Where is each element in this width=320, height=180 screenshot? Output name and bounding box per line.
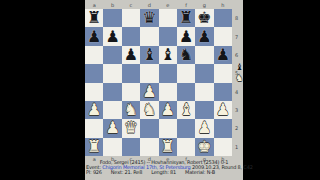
square-h8 — [214, 9, 232, 27]
rank-label-3: 3 — [233, 101, 240, 119]
black-rook: ♜ — [87, 9, 101, 27]
square-f3: ♝ — [177, 101, 195, 119]
square-g4 — [195, 83, 213, 101]
square-c7 — [122, 27, 140, 45]
black-knight: ♞ — [179, 46, 193, 64]
square-e2 — [159, 119, 177, 137]
stat-length: Length: 81 — [151, 170, 176, 175]
file-label-e: e — [159, 2, 177, 8]
square-a7: ♟ — [85, 27, 103, 45]
square-e7 — [159, 27, 177, 45]
square-h2 — [214, 119, 232, 137]
stat-material: Material: N-B — [185, 170, 215, 175]
square-f7: ♟ — [177, 27, 195, 45]
square-f4 — [177, 83, 195, 101]
white-rook: ♜ — [161, 138, 175, 156]
file-label-a: a — [85, 2, 103, 8]
square-d5 — [140, 64, 158, 82]
square-a6 — [85, 46, 103, 64]
file-label-h: h — [214, 2, 232, 8]
square-c6: ♟ — [122, 46, 140, 64]
square-g7: ♟ — [195, 27, 213, 45]
square-d8: ♛ — [140, 9, 158, 27]
file-label-b: b — [103, 2, 121, 8]
square-g6 — [195, 46, 213, 64]
material-tray: ♝♞ — [235, 62, 244, 84]
file-label-c: c — [122, 2, 140, 8]
black-rook: ♜ — [179, 9, 193, 27]
square-a3: ♟ — [85, 101, 103, 119]
rank-label-8: 8 — [233, 9, 240, 27]
square-g5 — [195, 64, 213, 82]
file-label-f: f — [177, 2, 195, 8]
right-letterbox — [243, 0, 320, 180]
square-a4 — [85, 83, 103, 101]
square-d7 — [140, 27, 158, 45]
square-e4 — [159, 83, 177, 101]
file-label-d: d — [140, 2, 158, 8]
square-h4 — [214, 83, 232, 101]
square-d4: ♟ — [140, 83, 158, 101]
material-black-bishop: ♝ — [235, 62, 243, 73]
white-pawn: ♟ — [142, 83, 156, 101]
stats-line: Pl: 926 Next: 21. Re8 Length: 81 Materia… — [86, 170, 215, 175]
square-d2 — [140, 119, 158, 137]
square-g3 — [195, 101, 213, 119]
square-b2: ♟ — [103, 119, 121, 137]
material-white-knight: ♞ — [235, 73, 243, 84]
black-pawn: ♟ — [87, 28, 101, 46]
black-pawn: ♟ — [179, 28, 193, 46]
square-d3: ♞ — [140, 101, 158, 119]
square-a2 — [85, 119, 103, 137]
square-e1: ♜ — [159, 138, 177, 156]
square-b6 — [103, 46, 121, 64]
black-bishop: ♝ — [142, 46, 156, 64]
square-e3: ♟ — [159, 101, 177, 119]
white-pawn: ♟ — [161, 101, 175, 119]
square-h6: ♟ — [214, 46, 232, 64]
square-g2: ♟ — [195, 119, 213, 137]
black-pawn: ♟ — [105, 28, 119, 46]
white-knight: ♞ — [142, 101, 156, 119]
square-b7: ♟ — [103, 27, 121, 45]
square-b5 — [103, 64, 121, 82]
square-c3: ♞ — [122, 101, 140, 119]
square-f5 — [177, 64, 195, 82]
white-king: ♚ — [197, 138, 211, 156]
rank-label-2: 2 — [233, 119, 240, 137]
rank-label-4: 4 — [233, 83, 240, 101]
content-panel: abcdefgh ♜♛♜♚♟♟♟♟♟♝♝♞♟♟♟♞♞♟♝♟♟♛♟♜♜♚ 8765… — [85, 0, 243, 180]
square-b4 — [103, 83, 121, 101]
stat-next: Next: 21. Re8 — [111, 170, 142, 175]
square-f8: ♜ — [177, 9, 195, 27]
square-h5 — [214, 64, 232, 82]
stat-pl: Pl: 926 — [86, 170, 102, 175]
black-pawn: ♟ — [124, 46, 138, 64]
white-rook: ♜ — [87, 138, 101, 156]
square-h7 — [214, 27, 232, 45]
square-h3: ♟ — [214, 101, 232, 119]
left-letterbox — [0, 0, 85, 180]
square-g8: ♚ — [195, 9, 213, 27]
square-f1 — [177, 138, 195, 156]
black-queen: ♛ — [142, 9, 156, 27]
black-bishop: ♝ — [161, 46, 175, 64]
square-e5 — [159, 64, 177, 82]
white-bishop: ♝ — [179, 101, 193, 119]
rank-label-7: 7 — [233, 27, 240, 45]
square-d6: ♝ — [140, 46, 158, 64]
white-knight: ♞ — [124, 101, 138, 119]
chess-board: ♜♛♜♚♟♟♟♟♟♝♝♞♟♟♟♞♞♟♝♟♟♛♟♜♜♚ — [85, 9, 232, 156]
square-b1 — [103, 138, 121, 156]
square-b8 — [103, 9, 121, 27]
square-a5 — [85, 64, 103, 82]
square-f2 — [177, 119, 195, 137]
file-label-g: g — [195, 2, 213, 8]
square-e6: ♝ — [159, 46, 177, 64]
white-pawn: ♟ — [87, 101, 101, 119]
square-c4 — [122, 83, 140, 101]
square-c8 — [122, 9, 140, 27]
square-c5 — [122, 64, 140, 82]
black-pawn: ♟ — [216, 46, 230, 64]
white-queen: ♛ — [124, 119, 138, 137]
square-c2: ♛ — [122, 119, 140, 137]
file-labels-top: abcdefgh — [85, 2, 232, 8]
square-h1 — [214, 138, 232, 156]
white-pawn: ♟ — [197, 119, 211, 137]
square-a1: ♜ — [85, 138, 103, 156]
rank-label-1: 1 — [233, 138, 240, 156]
square-b3 — [103, 101, 121, 119]
black-king: ♚ — [197, 9, 211, 27]
black-pawn: ♟ — [197, 28, 211, 46]
square-f6: ♞ — [177, 46, 195, 64]
square-g1: ♚ — [195, 138, 213, 156]
square-e8 — [159, 9, 177, 27]
square-a8: ♜ — [85, 9, 103, 27]
white-pawn: ♟ — [105, 119, 119, 137]
white-pawn: ♟ — [216, 101, 230, 119]
square-c1 — [122, 138, 140, 156]
square-d1 — [140, 138, 158, 156]
